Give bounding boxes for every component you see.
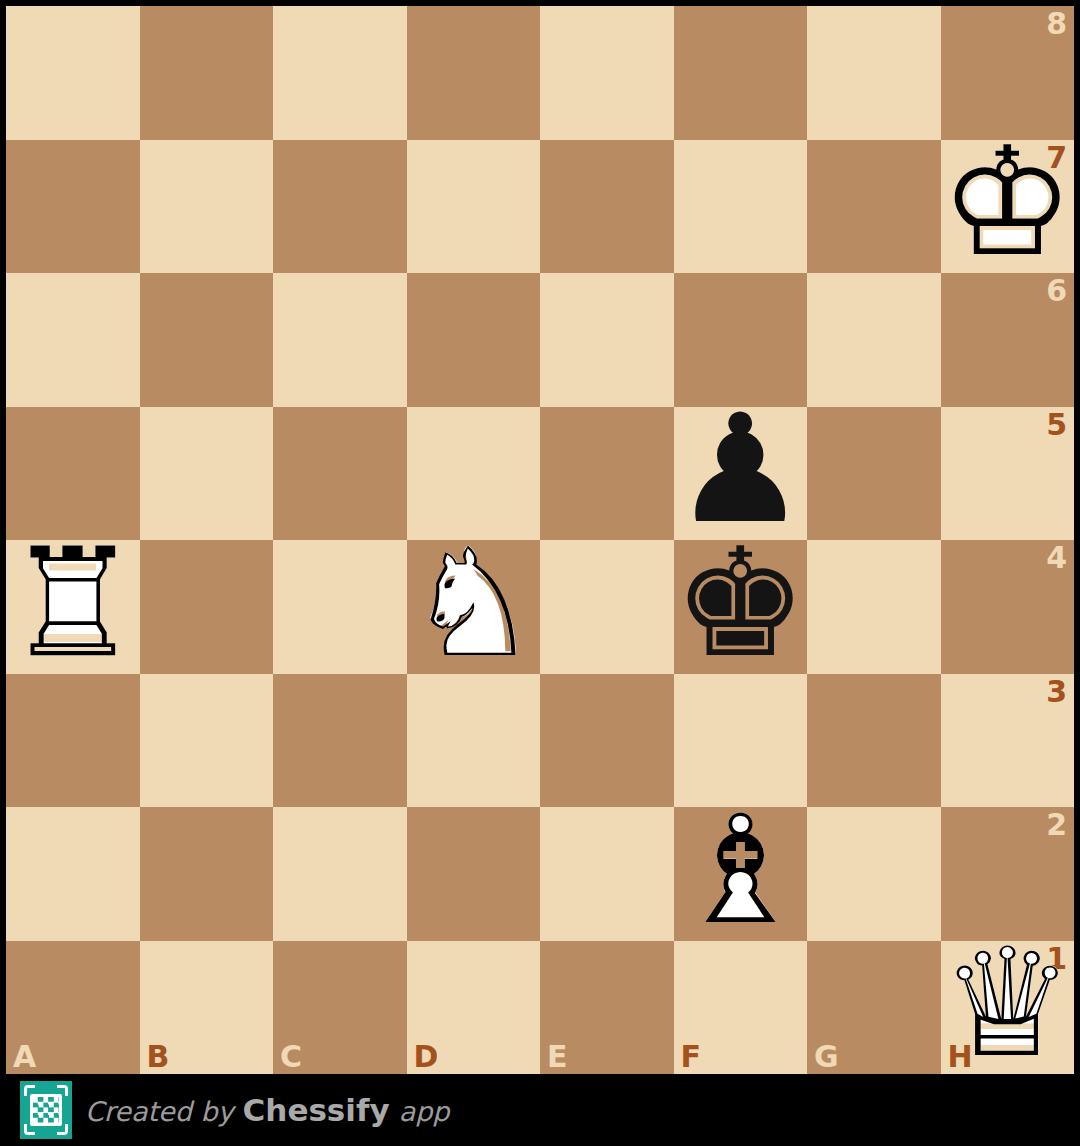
rank-label-5: 5 xyxy=(1046,410,1067,440)
credit-suffix-text: app xyxy=(399,1096,450,1127)
square-b2[interactable] xyxy=(140,807,274,941)
square-h6[interactable]: 6 xyxy=(941,273,1075,407)
square-f1[interactable]: F xyxy=(674,941,808,1075)
square-e2[interactable] xyxy=(540,807,674,941)
square-d2[interactable] xyxy=(407,807,541,941)
rank-label-6: 6 xyxy=(1046,276,1067,306)
square-d1[interactable]: D xyxy=(407,941,541,1075)
square-c4[interactable] xyxy=(273,540,407,674)
file-label-C: C xyxy=(280,1042,302,1072)
square-h3[interactable]: 3 xyxy=(941,674,1075,808)
square-h1[interactable]: 1H♛♕ xyxy=(941,941,1075,1075)
square-e8[interactable] xyxy=(540,6,674,140)
rank-label-4: 4 xyxy=(1046,543,1067,573)
square-f8[interactable] xyxy=(674,6,808,140)
credit-line: Created by Chessify app xyxy=(85,1092,449,1128)
square-c2[interactable] xyxy=(273,807,407,941)
square-e1[interactable]: E xyxy=(540,941,674,1075)
piece-glyph: ♚ xyxy=(673,527,807,677)
square-d4[interactable]: ♞♘ xyxy=(407,540,541,674)
chess-diagram-page: 87♚♔6♟5♜♖♞♘♚43♝♗2ABCDEFG1H♛♕ Created by … xyxy=(0,0,1080,1146)
file-label-G: G xyxy=(814,1042,839,1072)
square-a8[interactable] xyxy=(6,6,140,140)
square-f7[interactable] xyxy=(674,140,808,274)
file-label-F: F xyxy=(681,1042,702,1072)
white-king-h7[interactable]: ♚♔ xyxy=(941,140,1075,274)
square-b5[interactable] xyxy=(140,407,274,541)
square-g8[interactable] xyxy=(807,6,941,140)
square-e4[interactable] xyxy=(540,540,674,674)
credit-prefix-text: Created by xyxy=(85,1096,234,1127)
brand-name-text[interactable]: Chessify xyxy=(243,1092,390,1128)
white-knight-d4[interactable]: ♞♘ xyxy=(407,540,541,674)
rank-label-2: 2 xyxy=(1046,810,1067,840)
square-f2[interactable]: ♝♗ xyxy=(674,807,808,941)
square-b4[interactable] xyxy=(140,540,274,674)
white-rook-a4[interactable]: ♜♖ xyxy=(6,540,140,674)
square-a7[interactable] xyxy=(6,140,140,274)
white-queen-h1[interactable]: ♛♕ xyxy=(941,941,1075,1075)
piece-outline: ♖ xyxy=(6,527,140,677)
square-c6[interactable] xyxy=(273,273,407,407)
square-g1[interactable]: G xyxy=(807,941,941,1075)
square-b6[interactable] xyxy=(140,273,274,407)
square-d6[interactable] xyxy=(407,273,541,407)
square-c1[interactable]: C xyxy=(273,941,407,1075)
square-h5[interactable]: 5 xyxy=(941,407,1075,541)
square-a3[interactable] xyxy=(6,674,140,808)
chess-board[interactable]: 87♚♔6♟5♜♖♞♘♚43♝♗2ABCDEFG1H♛♕ xyxy=(6,6,1074,1074)
square-g7[interactable] xyxy=(807,140,941,274)
rank-label-8: 8 xyxy=(1046,9,1067,39)
square-b8[interactable] xyxy=(140,6,274,140)
square-b3[interactable] xyxy=(140,674,274,808)
file-label-A: A xyxy=(13,1042,36,1072)
square-d3[interactable] xyxy=(407,674,541,808)
black-king-f4[interactable]: ♚ xyxy=(674,540,808,674)
square-a1[interactable]: A xyxy=(6,941,140,1075)
square-g2[interactable] xyxy=(807,807,941,941)
square-e3[interactable] xyxy=(540,674,674,808)
board-frame: 87♚♔6♟5♜♖♞♘♚43♝♗2ABCDEFG1H♛♕ xyxy=(0,0,1080,1074)
square-d7[interactable] xyxy=(407,140,541,274)
square-c3[interactable] xyxy=(273,674,407,808)
piece-outline: ♔ xyxy=(940,127,1074,277)
chessify-board-scan-icon xyxy=(20,1081,72,1139)
file-label-D: D xyxy=(414,1042,439,1072)
square-g4[interactable] xyxy=(807,540,941,674)
square-a6[interactable] xyxy=(6,273,140,407)
rank-label-3: 3 xyxy=(1046,677,1067,707)
piece-outline: ♕ xyxy=(940,928,1074,1078)
piece-outline: ♘ xyxy=(406,527,540,677)
white-bishop-f2[interactable]: ♝♗ xyxy=(674,807,808,941)
square-e5[interactable] xyxy=(540,407,674,541)
square-f4[interactable]: ♚ xyxy=(674,540,808,674)
square-g6[interactable] xyxy=(807,273,941,407)
square-d8[interactable] xyxy=(407,6,541,140)
square-a2[interactable] xyxy=(6,807,140,941)
icon-mini-chessboard xyxy=(30,1094,62,1126)
icon-checker-pattern xyxy=(33,1097,59,1123)
piece-outline: ♗ xyxy=(673,794,807,944)
square-b7[interactable] xyxy=(140,140,274,274)
square-e6[interactable] xyxy=(540,273,674,407)
square-h7[interactable]: 7♚♔ xyxy=(941,140,1075,274)
square-h4[interactable]: 4 xyxy=(941,540,1075,674)
file-label-B: B xyxy=(147,1042,170,1072)
square-e7[interactable] xyxy=(540,140,674,274)
square-g3[interactable] xyxy=(807,674,941,808)
square-c8[interactable] xyxy=(273,6,407,140)
square-a4[interactable]: ♜♖ xyxy=(6,540,140,674)
square-b1[interactable]: B xyxy=(140,941,274,1075)
square-c5[interactable] xyxy=(273,407,407,541)
square-c7[interactable] xyxy=(273,140,407,274)
file-label-E: E xyxy=(547,1042,568,1072)
footer-credit-bar: Created by Chessify app xyxy=(0,1074,1080,1146)
square-g5[interactable] xyxy=(807,407,941,541)
